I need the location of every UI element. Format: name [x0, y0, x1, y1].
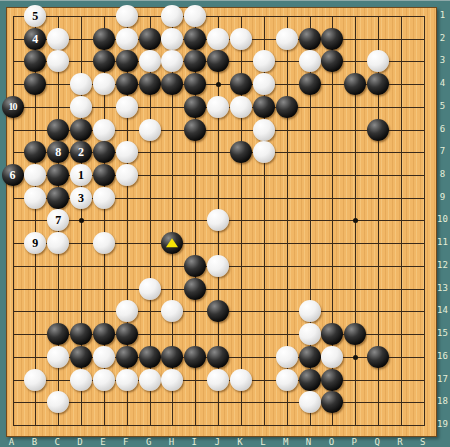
col-label-L: L [255, 437, 271, 447]
stone-Q6 [367, 119, 389, 141]
stone-E8 [93, 164, 115, 186]
stone-I6 [184, 119, 206, 141]
move-number-label: 9 [24, 232, 46, 254]
row-label-9: 9 [435, 192, 450, 202]
stone-N17 [299, 369, 321, 391]
stone-C6 [47, 119, 69, 141]
stone-Q3 [367, 50, 389, 72]
row-label-6: 6 [435, 124, 450, 134]
go-diagram: 54108261379 ABCDEFGHIJKLMNOPQRS123456789… [0, 0, 450, 447]
move-number-label: 7 [47, 209, 69, 231]
stone-B11: 9 [24, 232, 46, 254]
grid-line [401, 16, 402, 426]
stone-C2 [47, 28, 69, 50]
col-label-N: N [301, 437, 317, 447]
col-label-F: F [118, 437, 134, 447]
row-label-11: 11 [435, 237, 450, 247]
stone-G17 [139, 369, 161, 391]
stone-E6 [93, 119, 115, 141]
row-label-19: 19 [435, 419, 450, 429]
col-label-M: M [278, 437, 294, 447]
stone-F4 [116, 73, 138, 95]
stone-B3 [24, 50, 46, 72]
row-label-13: 13 [435, 283, 450, 293]
stone-L4 [253, 73, 275, 95]
stone-E2 [93, 28, 115, 50]
stone-G6 [139, 119, 161, 141]
col-label-O: O [323, 437, 339, 447]
stone-N3 [299, 50, 321, 72]
stone-P15 [344, 323, 366, 345]
stone-P4 [344, 73, 366, 95]
stone-B8 [24, 164, 46, 186]
stone-O17 [321, 369, 343, 391]
stone-J16 [207, 346, 229, 368]
star-point [79, 218, 84, 223]
col-label-R: R [392, 437, 408, 447]
col-label-J: J [209, 437, 225, 447]
stone-D16 [70, 346, 92, 368]
stone-L3 [253, 50, 275, 72]
stone-H4 [161, 73, 183, 95]
stone-C3 [47, 50, 69, 72]
stone-G3 [139, 50, 161, 72]
grid-line [13, 243, 425, 244]
row-label-12: 12 [435, 260, 450, 270]
stone-I2 [184, 28, 206, 50]
stone-D7: 2 [70, 141, 92, 163]
stone-N2 [299, 28, 321, 50]
stone-L7 [253, 141, 275, 163]
move-number-label: 10 [2, 96, 24, 118]
star-point [353, 218, 358, 223]
stone-I5 [184, 96, 206, 118]
stone-K17 [230, 369, 252, 391]
stone-H14 [161, 300, 183, 322]
stone-F14 [116, 300, 138, 322]
row-label-4: 4 [435, 78, 450, 88]
stone-M5 [276, 96, 298, 118]
grid-line [424, 16, 425, 426]
grid-line [13, 402, 425, 403]
stone-B17 [24, 369, 46, 391]
col-label-K: K [232, 437, 248, 447]
stone-B1: 5 [24, 5, 46, 27]
stone-F7 [116, 141, 138, 163]
stone-D5 [70, 96, 92, 118]
stone-G4 [139, 73, 161, 95]
stone-I12 [184, 255, 206, 277]
stone-J3 [207, 50, 229, 72]
move-number-label: 8 [47, 141, 69, 163]
stone-D17 [70, 369, 92, 391]
stone-Q16 [367, 346, 389, 368]
stone-K7 [230, 141, 252, 163]
stone-B7 [24, 141, 46, 163]
move-number-label: 6 [2, 164, 24, 186]
stone-K4 [230, 73, 252, 95]
stone-J5 [207, 96, 229, 118]
row-label-5: 5 [435, 101, 450, 111]
move-number-label: 3 [70, 187, 92, 209]
stone-Q4 [367, 73, 389, 95]
stone-D15 [70, 323, 92, 345]
grid-line [13, 289, 425, 290]
stone-G2 [139, 28, 161, 50]
stone-O16 [321, 346, 343, 368]
row-label-3: 3 [435, 55, 450, 65]
stone-A5: 10 [2, 96, 24, 118]
stone-K5 [230, 96, 252, 118]
stone-F8 [116, 164, 138, 186]
stone-L6 [253, 119, 275, 141]
stone-M17 [276, 369, 298, 391]
stone-D9: 3 [70, 187, 92, 209]
row-label-2: 2 [435, 33, 450, 43]
col-label-Q: Q [369, 437, 385, 447]
stone-F1 [116, 5, 138, 27]
col-label-I: I [186, 437, 202, 447]
stone-O15 [321, 323, 343, 345]
stone-F2 [116, 28, 138, 50]
stone-C16 [47, 346, 69, 368]
goban[interactable]: 54108261379 [6, 7, 437, 437]
row-label-8: 8 [435, 169, 450, 179]
stone-D4 [70, 73, 92, 95]
stone-B9 [24, 187, 46, 209]
stone-M2 [276, 28, 298, 50]
col-label-D: D [72, 437, 88, 447]
stone-E4 [93, 73, 115, 95]
stone-G13 [139, 278, 161, 300]
col-label-B: B [26, 437, 42, 447]
stone-H16 [161, 346, 183, 368]
stone-C9 [47, 187, 69, 209]
stone-N4 [299, 73, 321, 95]
stone-J14 [207, 300, 229, 322]
stone-C15 [47, 323, 69, 345]
stone-H3 [161, 50, 183, 72]
row-label-15: 15 [435, 328, 450, 338]
move-number-label: 5 [24, 5, 46, 27]
stone-C11 [47, 232, 69, 254]
move-number-label: 2 [70, 141, 92, 163]
move-number-label: 1 [70, 164, 92, 186]
stone-N15 [299, 323, 321, 345]
col-label-H: H [163, 437, 179, 447]
stone-D8: 1 [70, 164, 92, 186]
stone-J17 [207, 369, 229, 391]
move-number-label: 4 [24, 28, 46, 50]
stone-J12 [207, 255, 229, 277]
stone-G16 [139, 346, 161, 368]
stone-F5 [116, 96, 138, 118]
stone-I13 [184, 278, 206, 300]
stone-C10: 7 [47, 209, 69, 231]
stone-O18 [321, 391, 343, 413]
stone-I1 [184, 5, 206, 27]
col-label-C: C [49, 437, 65, 447]
stone-D6 [70, 119, 92, 141]
stone-F16 [116, 346, 138, 368]
stone-F15 [116, 323, 138, 345]
stone-O2 [321, 28, 343, 50]
col-label-P: P [346, 437, 362, 447]
stone-E11 [93, 232, 115, 254]
col-label-A: A [4, 437, 20, 447]
stone-O3 [321, 50, 343, 72]
stone-N18 [299, 391, 321, 413]
stone-J2 [207, 28, 229, 50]
stone-E9 [93, 187, 115, 209]
row-label-10: 10 [435, 214, 450, 224]
stone-K2 [230, 28, 252, 50]
stone-H11 [161, 232, 183, 254]
stone-N14 [299, 300, 321, 322]
row-label-16: 16 [435, 351, 450, 361]
stone-E17 [93, 369, 115, 391]
stone-I16 [184, 346, 206, 368]
col-label-E: E [95, 437, 111, 447]
stone-B4 [24, 73, 46, 95]
stone-F3 [116, 50, 138, 72]
col-label-S: S [415, 437, 431, 447]
stone-H2 [161, 28, 183, 50]
stone-C18 [47, 391, 69, 413]
grid-line [13, 425, 425, 426]
stone-L5 [253, 96, 275, 118]
stone-E15 [93, 323, 115, 345]
stone-C8 [47, 164, 69, 186]
stone-F17 [116, 369, 138, 391]
stone-N16 [299, 346, 321, 368]
stone-E7 [93, 141, 115, 163]
row-label-7: 7 [435, 146, 450, 156]
star-point [353, 355, 358, 360]
stone-C7: 8 [47, 141, 69, 163]
stone-B2: 4 [24, 28, 46, 50]
stone-E3 [93, 50, 115, 72]
stone-J10 [207, 209, 229, 231]
stone-I4 [184, 73, 206, 95]
stone-H17 [161, 369, 183, 391]
star-point [216, 82, 221, 87]
row-label-17: 17 [435, 374, 450, 384]
row-label-18: 18 [435, 396, 450, 406]
stone-M16 [276, 346, 298, 368]
triangle-marker-icon [166, 239, 178, 248]
row-label-14: 14 [435, 305, 450, 315]
row-label-1: 1 [435, 10, 450, 20]
stone-I3 [184, 50, 206, 72]
stone-E16 [93, 346, 115, 368]
stone-A8: 6 [2, 164, 24, 186]
stone-H1 [161, 5, 183, 27]
col-label-G: G [141, 437, 157, 447]
